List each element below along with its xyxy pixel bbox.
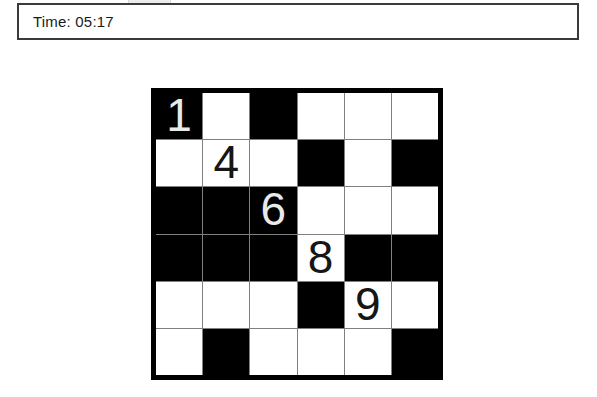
clue-digit: 6 <box>261 186 287 232</box>
cell-r5c5[interactable]: 9 <box>345 282 391 328</box>
cell-r2c3[interactable] <box>250 140 296 186</box>
cell-r2c1[interactable] <box>156 140 202 186</box>
cell-r4c3[interactable] <box>250 235 296 281</box>
puzzle-app-window: Time: 05:17 14689 <box>0 0 597 397</box>
cell-r3c6[interactable] <box>392 187 438 233</box>
cell-r3c4[interactable] <box>298 187 344 233</box>
cell-r5c3[interactable] <box>250 282 296 328</box>
cell-r2c4[interactable] <box>298 140 344 186</box>
cell-r5c1[interactable] <box>156 282 202 328</box>
board: 14689 <box>151 88 443 380</box>
cell-r6c6[interactable] <box>392 329 438 375</box>
cell-r1c2[interactable] <box>203 93 249 139</box>
cell-r6c5[interactable] <box>345 329 391 375</box>
cell-r5c4[interactable] <box>298 282 344 328</box>
cell-r6c4[interactable] <box>298 329 344 375</box>
cell-r5c6[interactable] <box>392 282 438 328</box>
cell-r4c2[interactable] <box>203 235 249 281</box>
cell-r1c1[interactable]: 1 <box>156 93 202 139</box>
cell-r3c1[interactable] <box>156 187 202 233</box>
timer-panel: Time: 05:17 <box>17 3 579 40</box>
cell-r1c3[interactable] <box>250 93 296 139</box>
clue-digit: 9 <box>355 281 381 327</box>
cell-r3c3[interactable]: 6 <box>250 187 296 233</box>
cell-r1c6[interactable] <box>392 93 438 139</box>
cell-r6c1[interactable] <box>156 329 202 375</box>
cell-r2c6[interactable] <box>392 140 438 186</box>
clue-digit: 8 <box>308 234 334 280</box>
cell-r3c5[interactable] <box>345 187 391 233</box>
cell-r2c5[interactable] <box>345 140 391 186</box>
cell-r6c3[interactable] <box>250 329 296 375</box>
cell-r2c2[interactable]: 4 <box>203 140 249 186</box>
cell-r4c1[interactable] <box>156 235 202 281</box>
timer-label: Time: 05:17 <box>33 13 114 30</box>
cell-r6c2[interactable] <box>203 329 249 375</box>
cell-r1c5[interactable] <box>345 93 391 139</box>
cell-r4c5[interactable] <box>345 235 391 281</box>
clue-digit: 4 <box>213 139 239 185</box>
cell-r3c2[interactable] <box>203 187 249 233</box>
cell-r4c4[interactable]: 8 <box>298 235 344 281</box>
cell-r5c2[interactable] <box>203 282 249 328</box>
cell-r1c4[interactable] <box>298 93 344 139</box>
clue-digit: 1 <box>166 92 192 138</box>
cell-r4c6[interactable] <box>392 235 438 281</box>
